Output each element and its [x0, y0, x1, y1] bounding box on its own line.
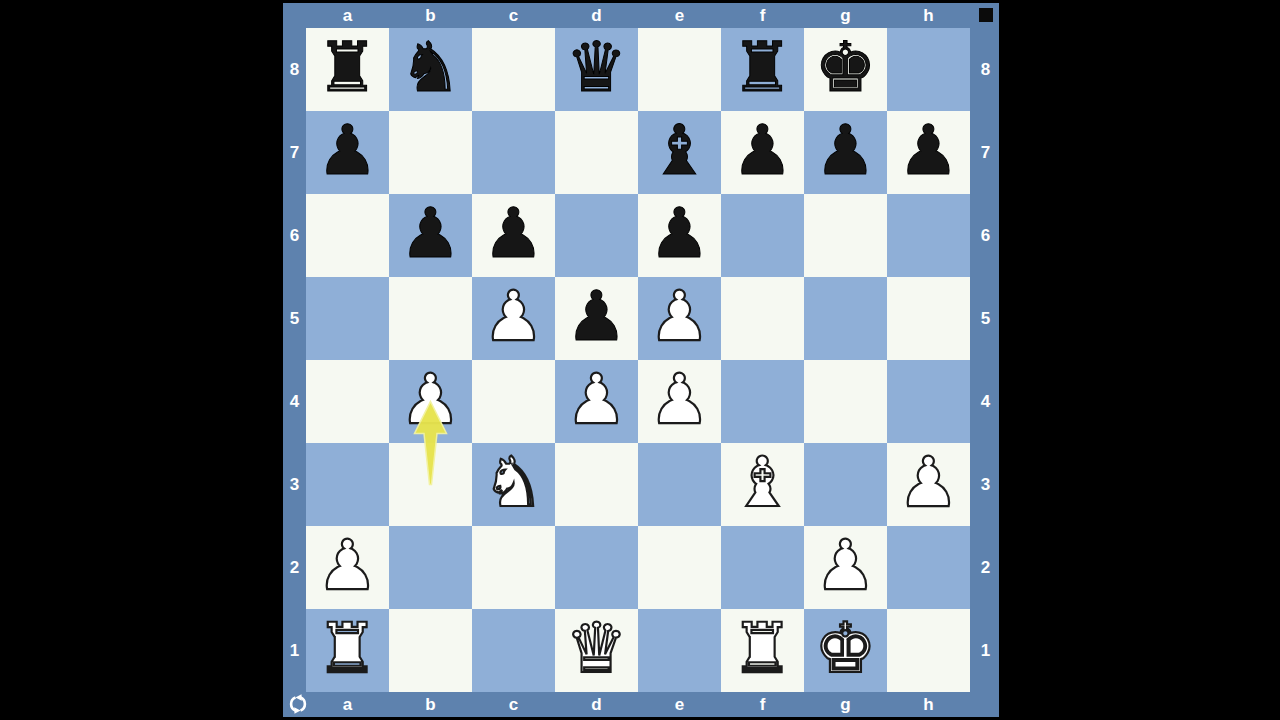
square-h7[interactable]: ♟	[887, 111, 970, 194]
square-f6[interactable]	[721, 194, 804, 277]
square-f7[interactable]: ♟	[721, 111, 804, 194]
white-pawn: ♟	[400, 365, 462, 434]
square-a2[interactable]: ♟	[306, 526, 389, 609]
rank-label-3: 3	[283, 443, 306, 526]
white-pawn: ♟	[649, 365, 711, 434]
rank-label-8: 8	[283, 28, 306, 111]
square-g2[interactable]: ♟	[804, 526, 887, 609]
rank-labels-left: 87654321	[283, 28, 306, 692]
file-label-a: a	[306, 4, 389, 27]
square-h2[interactable]	[887, 526, 970, 609]
file-labels-bottom: abcdefgh	[306, 693, 970, 717]
square-e6[interactable]: ♟	[638, 194, 721, 277]
square-a7[interactable]: ♟	[306, 111, 389, 194]
black-pawn: ♟	[317, 116, 379, 185]
square-g6[interactable]	[804, 194, 887, 277]
rank-label-7: 7	[972, 111, 999, 194]
rank-label-6: 6	[283, 194, 306, 277]
square-b6[interactable]: ♟	[389, 194, 472, 277]
square-c2[interactable]	[472, 526, 555, 609]
file-label-e: e	[638, 4, 721, 27]
square-c3[interactable]: ♞	[472, 443, 555, 526]
file-label-h: h	[887, 693, 970, 717]
file-label-g: g	[804, 693, 887, 717]
square-g5[interactable]	[804, 277, 887, 360]
square-b7[interactable]	[389, 111, 472, 194]
file-label-f: f	[721, 4, 804, 27]
black-pawn: ♟	[815, 116, 877, 185]
square-g8[interactable]: ♚	[804, 28, 887, 111]
file-label-d: d	[555, 4, 638, 27]
square-a4[interactable]	[306, 360, 389, 443]
rank-label-5: 5	[972, 277, 999, 360]
rank-labels-right: 87654321	[972, 28, 999, 692]
rank-label-1: 1	[283, 609, 306, 692]
square-g4[interactable]	[804, 360, 887, 443]
square-d2[interactable]	[555, 526, 638, 609]
file-labels-top: abcdefgh	[306, 4, 970, 27]
square-g7[interactable]: ♟	[804, 111, 887, 194]
square-b4[interactable]: ♟	[389, 360, 472, 443]
square-a6[interactable]	[306, 194, 389, 277]
white-rook: ♜	[732, 614, 794, 683]
white-pawn: ♟	[649, 282, 711, 351]
rank-label-6: 6	[972, 194, 999, 277]
square-e1[interactable]	[638, 609, 721, 692]
square-g1[interactable]: ♚	[804, 609, 887, 692]
square-c1[interactable]	[472, 609, 555, 692]
file-label-a: a	[306, 693, 389, 717]
rank-label-1: 1	[972, 609, 999, 692]
white-pawn: ♟	[483, 282, 545, 351]
square-a8[interactable]: ♜	[306, 28, 389, 111]
square-f8[interactable]: ♜	[721, 28, 804, 111]
rank-label-2: 2	[283, 526, 306, 609]
rank-label-4: 4	[972, 360, 999, 443]
black-pawn: ♟	[898, 116, 960, 185]
square-d8[interactable]: ♛	[555, 28, 638, 111]
chess-board-frame: abcdefgh abcdefgh 87654321 87654321 ♜♞♛♜…	[283, 3, 999, 717]
square-d3[interactable]	[555, 443, 638, 526]
white-pawn: ♟	[317, 531, 379, 600]
black-queen: ♛	[566, 33, 628, 102]
black-king: ♚	[815, 33, 877, 102]
square-b2[interactable]	[389, 526, 472, 609]
square-e8[interactable]	[638, 28, 721, 111]
rank-label-2: 2	[972, 526, 999, 609]
file-label-e: e	[638, 693, 721, 717]
black-rook: ♜	[732, 33, 794, 102]
square-b3[interactable]	[389, 443, 472, 526]
square-h1[interactable]	[887, 609, 970, 692]
square-e5[interactable]: ♟	[638, 277, 721, 360]
square-c7[interactable]	[472, 111, 555, 194]
square-e7[interactable]: ♝	[638, 111, 721, 194]
square-a5[interactable]	[306, 277, 389, 360]
square-c8[interactable]	[472, 28, 555, 111]
white-pawn: ♟	[566, 365, 628, 434]
white-queen: ♛	[566, 614, 628, 683]
square-d7[interactable]	[555, 111, 638, 194]
white-bishop: ♝	[732, 448, 794, 517]
file-label-c: c	[472, 693, 555, 717]
square-h3[interactable]: ♟	[887, 443, 970, 526]
square-h8[interactable]	[887, 28, 970, 111]
square-d1[interactable]: ♛	[555, 609, 638, 692]
square-f5[interactable]	[721, 277, 804, 360]
square-f3[interactable]: ♝	[721, 443, 804, 526]
white-knight: ♞	[483, 448, 545, 517]
file-label-c: c	[472, 4, 555, 27]
file-label-d: d	[555, 693, 638, 717]
square-c6[interactable]: ♟	[472, 194, 555, 277]
file-label-b: b	[389, 4, 472, 27]
file-label-h: h	[887, 4, 970, 27]
black-pawn: ♟	[400, 199, 462, 268]
board-squares: ♜♞♛♜♚♟♝♟♟♟♟♟♟♟♟♟♟♟♟♞♝♟♟♟♜♛♜♚	[306, 28, 970, 692]
flip-board-icon	[288, 694, 308, 714]
rank-label-3: 3	[972, 443, 999, 526]
square-e4[interactable]: ♟	[638, 360, 721, 443]
square-c4[interactable]	[472, 360, 555, 443]
white-rook: ♜	[317, 614, 379, 683]
square-b1[interactable]	[389, 609, 472, 692]
side-to-move-indicator-black	[979, 8, 993, 22]
black-rook: ♜	[317, 33, 379, 102]
flip-board-button[interactable]	[287, 693, 309, 715]
letterboxed-stage: abcdefgh abcdefgh 87654321 87654321 ♜♞♛♜…	[0, 0, 1280, 720]
white-pawn: ♟	[815, 531, 877, 600]
black-pawn: ♟	[483, 199, 545, 268]
square-f4[interactable]	[721, 360, 804, 443]
file-label-f: f	[721, 693, 804, 717]
white-pawn: ♟	[898, 448, 960, 517]
square-b8[interactable]: ♞	[389, 28, 472, 111]
square-d4[interactable]: ♟	[555, 360, 638, 443]
black-bishop: ♝	[649, 116, 711, 185]
square-b5[interactable]	[389, 277, 472, 360]
rank-label-4: 4	[283, 360, 306, 443]
square-f1[interactable]: ♜	[721, 609, 804, 692]
square-c5[interactable]: ♟	[472, 277, 555, 360]
black-pawn: ♟	[649, 199, 711, 268]
square-h5[interactable]	[887, 277, 970, 360]
square-d6[interactable]	[555, 194, 638, 277]
square-h4[interactable]	[887, 360, 970, 443]
square-e3[interactable]	[638, 443, 721, 526]
file-label-g: g	[804, 4, 887, 27]
rank-label-8: 8	[972, 28, 999, 111]
rank-label-5: 5	[283, 277, 306, 360]
white-king: ♚	[815, 614, 877, 683]
square-d5[interactable]: ♟	[555, 277, 638, 360]
square-e2[interactable]	[638, 526, 721, 609]
square-a1[interactable]: ♜	[306, 609, 389, 692]
square-h6[interactable]	[887, 194, 970, 277]
square-f2[interactable]	[721, 526, 804, 609]
file-label-b: b	[389, 693, 472, 717]
square-g3[interactable]	[804, 443, 887, 526]
rank-label-7: 7	[283, 111, 306, 194]
black-pawn: ♟	[732, 116, 794, 185]
square-a3[interactable]	[306, 443, 389, 526]
black-pawn: ♟	[566, 282, 628, 351]
black-knight: ♞	[400, 33, 462, 102]
